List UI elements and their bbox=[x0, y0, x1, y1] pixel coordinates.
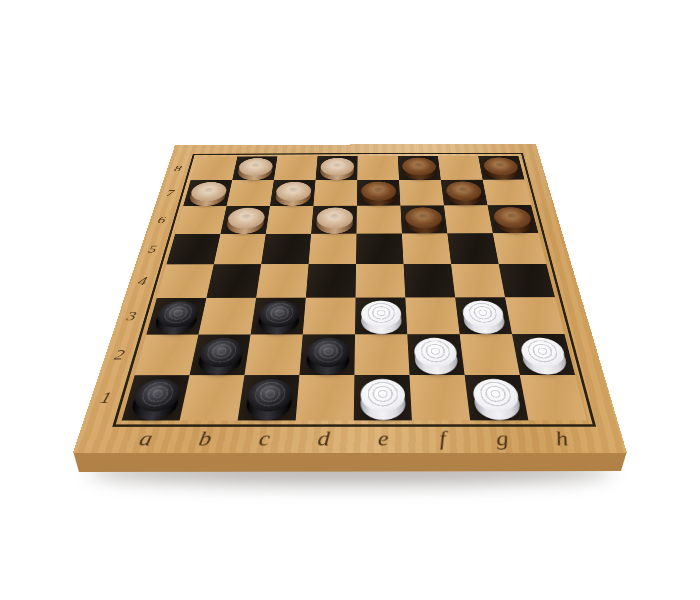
checker-wood-light-d8[interactable] bbox=[320, 158, 354, 176]
file-label-h: h bbox=[545, 427, 579, 450]
checker-plastic-white-e1[interactable] bbox=[360, 379, 405, 411]
checker-plastic-black-a1[interactable] bbox=[130, 379, 182, 411]
pieces-layer bbox=[122, 156, 587, 421]
checker-plastic-white-g3[interactable] bbox=[461, 300, 505, 326]
coordinate-labels: 87654321abcdefgh bbox=[175, 144, 536, 145]
checker-plastic-black-c1[interactable] bbox=[245, 379, 293, 411]
checker-wood-light-d6[interactable] bbox=[316, 207, 353, 228]
file-label-d: d bbox=[308, 428, 338, 451]
checker-top-face bbox=[404, 207, 442, 228]
rank-label-1: 1 bbox=[88, 388, 124, 407]
rank-label-6: 6 bbox=[148, 214, 175, 226]
file-label-g: g bbox=[486, 428, 519, 451]
checker-wood-light-a7[interactable] bbox=[188, 182, 228, 201]
rank-label-5: 5 bbox=[138, 242, 166, 255]
checker-wood-dark-h6[interactable] bbox=[492, 207, 533, 228]
checker-plastic-black-b2[interactable] bbox=[197, 338, 244, 367]
checkers-board: 87654321abcdefgh bbox=[73, 144, 627, 453]
board-frame: 87654321abcdefgh bbox=[73, 144, 627, 453]
rank-label-4: 4 bbox=[128, 274, 158, 288]
checker-wood-light-c7[interactable] bbox=[275, 182, 312, 201]
file-label-a: a bbox=[128, 428, 163, 451]
checker-plastic-black-a3[interactable] bbox=[154, 301, 201, 327]
rank-label-3: 3 bbox=[116, 308, 148, 324]
checker-wood-light-b6[interactable] bbox=[226, 208, 266, 229]
checker-wood-dark-h8[interactable] bbox=[482, 157, 520, 175]
checker-wood-dark-f6[interactable] bbox=[404, 207, 442, 228]
checker-wood-dark-e7[interactable] bbox=[361, 181, 396, 200]
file-label-c: c bbox=[248, 428, 280, 451]
checker-plastic-black-c3[interactable] bbox=[257, 301, 300, 327]
checker-wood-dark-f8[interactable] bbox=[401, 157, 436, 175]
file-label-b: b bbox=[188, 428, 221, 451]
checker-top-face bbox=[401, 157, 436, 175]
file-label-f: f bbox=[427, 428, 458, 451]
checker-plastic-white-e3[interactable] bbox=[361, 300, 402, 326]
checker-wood-dark-g7[interactable] bbox=[445, 181, 483, 200]
file-label-e: e bbox=[369, 428, 399, 451]
checker-plastic-white-h2[interactable] bbox=[518, 337, 567, 366]
checker-wood-light-b8[interactable] bbox=[237, 158, 274, 176]
rank-label-7: 7 bbox=[157, 188, 183, 199]
scene: 87654321abcdefgh bbox=[0, 0, 700, 600]
checker-plastic-white-g1[interactable] bbox=[471, 379, 521, 412]
rank-label-2: 2 bbox=[103, 346, 136, 363]
checker-plastic-white-f2[interactable] bbox=[413, 337, 458, 366]
checker-plastic-black-d2[interactable] bbox=[306, 338, 349, 367]
rank-label-8: 8 bbox=[166, 163, 191, 173]
